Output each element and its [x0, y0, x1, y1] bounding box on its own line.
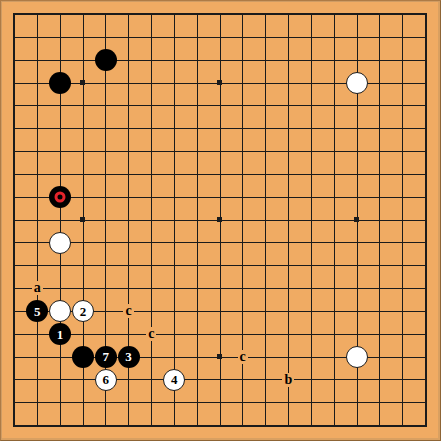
intersection-A1 [3, 414, 26, 437]
intersection-E3: 6 [94, 368, 117, 391]
intersection-M15 [254, 94, 277, 117]
point-label-b-N3: b [282, 373, 294, 387]
intersection-R4 [368, 345, 391, 368]
go-board: a52c1c73c64b [0, 0, 441, 441]
intersection-T7 [414, 277, 437, 300]
intersection-C14 [49, 117, 72, 140]
intersection-B9 [26, 231, 49, 254]
intersection-L19 [231, 3, 254, 26]
intersection-N8 [277, 254, 300, 277]
intersection-K2 [208, 391, 231, 414]
intersection-A17 [3, 49, 26, 72]
intersection-J10 [186, 208, 209, 231]
intersection-P10 [323, 208, 346, 231]
intersection-N6 [277, 300, 300, 323]
intersection-D15 [71, 94, 94, 117]
black-stone-C5: 1 [49, 323, 71, 345]
intersection-J7 [186, 277, 209, 300]
intersection-B6: 5 [26, 300, 49, 323]
intersection-O8 [300, 254, 323, 277]
intersection-K5 [208, 323, 231, 346]
intersection-J14 [186, 117, 209, 140]
intersection-N19 [277, 3, 300, 26]
black-stone-E4: 7 [95, 346, 117, 368]
intersection-B12 [26, 163, 49, 186]
intersection-T12 [414, 163, 437, 186]
intersection-D17 [71, 49, 94, 72]
intersection-J4 [186, 345, 209, 368]
intersection-Q7 [345, 277, 368, 300]
intersection-D4 [71, 345, 94, 368]
intersection-G9 [140, 231, 163, 254]
intersection-L15 [231, 94, 254, 117]
intersection-A16 [3, 71, 26, 94]
intersection-L18 [231, 26, 254, 49]
intersection-J13 [186, 140, 209, 163]
intersection-J2 [186, 391, 209, 414]
intersection-J3 [186, 368, 209, 391]
intersection-R5 [368, 323, 391, 346]
intersection-M3 [254, 368, 277, 391]
intersection-A19 [3, 3, 26, 26]
intersection-F16 [117, 71, 140, 94]
intersection-L9 [231, 231, 254, 254]
intersection-N14 [277, 117, 300, 140]
intersection-A7 [3, 277, 26, 300]
intersection-R18 [368, 26, 391, 49]
intersection-C7 [49, 277, 72, 300]
intersection-K19 [208, 3, 231, 26]
intersection-E2 [94, 391, 117, 414]
intersection-C1 [49, 414, 72, 437]
intersection-O3 [300, 368, 323, 391]
intersection-F12 [117, 163, 140, 186]
intersection-J17 [186, 49, 209, 72]
intersection-B2 [26, 391, 49, 414]
intersection-T3 [414, 368, 437, 391]
intersection-J12 [186, 163, 209, 186]
intersection-O2 [300, 391, 323, 414]
intersection-G11 [140, 186, 163, 209]
intersection-B4 [26, 345, 49, 368]
intersection-P6 [323, 300, 346, 323]
intersection-Q12 [345, 163, 368, 186]
intersection-T1 [414, 414, 437, 437]
intersection-L13 [231, 140, 254, 163]
intersection-K13 [208, 140, 231, 163]
intersection-M11 [254, 186, 277, 209]
intersection-S3 [391, 368, 414, 391]
intersection-H2 [163, 391, 186, 414]
intersection-E18 [94, 26, 117, 49]
intersection-T2 [414, 391, 437, 414]
intersection-P16 [323, 71, 346, 94]
intersection-O15 [300, 94, 323, 117]
intersection-P12 [323, 163, 346, 186]
intersection-S6 [391, 300, 414, 323]
intersection-L12 [231, 163, 254, 186]
intersection-D3 [71, 368, 94, 391]
intersection-E7 [94, 277, 117, 300]
intersection-F19 [117, 3, 140, 26]
intersection-N15 [277, 94, 300, 117]
point-label-a-B7: a [32, 281, 43, 295]
intersection-D1 [71, 414, 94, 437]
intersection-M4 [254, 345, 277, 368]
intersection-G13 [140, 140, 163, 163]
intersection-R8 [368, 254, 391, 277]
intersection-C2 [49, 391, 72, 414]
intersection-H9 [163, 231, 186, 254]
intersection-F11 [117, 186, 140, 209]
intersection-K7 [208, 277, 231, 300]
intersection-P5 [323, 323, 346, 346]
intersection-G2 [140, 391, 163, 414]
intersection-K3 [208, 368, 231, 391]
white-stone-Q16 [346, 72, 368, 94]
intersection-G6 [140, 300, 163, 323]
intersection-E15 [94, 94, 117, 117]
intersection-Q13 [345, 140, 368, 163]
intersection-F6: c [117, 300, 140, 323]
intersection-O17 [300, 49, 323, 72]
intersection-B3 [26, 368, 49, 391]
intersection-S16 [391, 71, 414, 94]
intersection-T11 [414, 186, 437, 209]
intersection-R14 [368, 117, 391, 140]
intersection-L2 [231, 391, 254, 414]
intersection-A2 [3, 391, 26, 414]
intersection-K12 [208, 163, 231, 186]
intersection-G4 [140, 345, 163, 368]
intersection-G14 [140, 117, 163, 140]
intersection-P17 [323, 49, 346, 72]
intersection-Q5 [345, 323, 368, 346]
intersection-J9 [186, 231, 209, 254]
intersection-T9 [414, 231, 437, 254]
intersection-H4 [163, 345, 186, 368]
intersection-B7: a [26, 277, 49, 300]
black-stone-C16 [49, 72, 71, 94]
intersection-C18 [49, 26, 72, 49]
intersection-G12 [140, 163, 163, 186]
intersection-M5 [254, 323, 277, 346]
intersection-E13 [94, 140, 117, 163]
intersection-F9 [117, 231, 140, 254]
intersection-S9 [391, 231, 414, 254]
intersection-F2 [117, 391, 140, 414]
intersection-Q17 [345, 49, 368, 72]
intersection-K11 [208, 186, 231, 209]
black-stone-E17 [95, 49, 117, 71]
intersection-O11 [300, 186, 323, 209]
intersection-R9 [368, 231, 391, 254]
intersection-D7 [71, 277, 94, 300]
intersection-S10 [391, 208, 414, 231]
intersection-D19 [71, 3, 94, 26]
intersection-O4 [300, 345, 323, 368]
intersection-B16 [26, 71, 49, 94]
intersection-A12 [3, 163, 26, 186]
intersection-A6 [3, 300, 26, 323]
intersection-A8 [3, 254, 26, 277]
intersection-N3: b [277, 368, 300, 391]
intersection-H15 [163, 94, 186, 117]
intersection-N17 [277, 49, 300, 72]
intersection-B13 [26, 140, 49, 163]
intersection-L1 [231, 414, 254, 437]
intersection-L3 [231, 368, 254, 391]
intersection-E6 [94, 300, 117, 323]
intersection-O5 [300, 323, 323, 346]
intersection-F18 [117, 26, 140, 49]
white-stone-Q4 [346, 346, 368, 368]
intersection-S12 [391, 163, 414, 186]
intersection-R10 [368, 208, 391, 231]
intersection-P4 [323, 345, 346, 368]
intersection-M7 [254, 277, 277, 300]
intersection-M9 [254, 231, 277, 254]
intersection-C6 [49, 300, 72, 323]
intersection-N4 [277, 345, 300, 368]
intersection-D13 [71, 140, 94, 163]
intersection-C11 [49, 186, 72, 209]
intersection-N1 [277, 414, 300, 437]
intersection-N13 [277, 140, 300, 163]
intersection-Q19 [345, 3, 368, 26]
intersection-L11 [231, 186, 254, 209]
intersection-T15 [414, 94, 437, 117]
intersection-D10 [71, 208, 94, 231]
intersection-A13 [3, 140, 26, 163]
intersection-G8 [140, 254, 163, 277]
intersection-B5 [26, 323, 49, 346]
intersection-K8 [208, 254, 231, 277]
intersection-F8 [117, 254, 140, 277]
intersection-O1 [300, 414, 323, 437]
intersection-S5 [391, 323, 414, 346]
intersection-R12 [368, 163, 391, 186]
intersection-K10 [208, 208, 231, 231]
intersection-E14 [94, 117, 117, 140]
intersection-P13 [323, 140, 346, 163]
intersection-N16 [277, 71, 300, 94]
intersection-Q15 [345, 94, 368, 117]
intersection-M8 [254, 254, 277, 277]
intersection-D18 [71, 26, 94, 49]
intersection-E5 [94, 323, 117, 346]
intersection-D11 [71, 186, 94, 209]
intersection-R17 [368, 49, 391, 72]
intersection-C4 [49, 345, 72, 368]
intersection-P1 [323, 414, 346, 437]
intersection-H12 [163, 163, 186, 186]
intersection-F7 [117, 277, 140, 300]
intersection-B8 [26, 254, 49, 277]
intersection-B14 [26, 117, 49, 140]
intersection-T8 [414, 254, 437, 277]
intersection-C12 [49, 163, 72, 186]
intersection-A9 [3, 231, 26, 254]
black-stone-D4 [72, 346, 94, 368]
intersection-C3 [49, 368, 72, 391]
intersection-C9 [49, 231, 72, 254]
intersection-N11 [277, 186, 300, 209]
intersection-E1 [94, 414, 117, 437]
intersection-C16 [49, 71, 72, 94]
intersection-R6 [368, 300, 391, 323]
intersection-F10 [117, 208, 140, 231]
intersection-D12 [71, 163, 94, 186]
intersection-F14 [117, 117, 140, 140]
intersection-C17 [49, 49, 72, 72]
intersection-T6 [414, 300, 437, 323]
intersection-Q16 [345, 71, 368, 94]
intersection-J16 [186, 71, 209, 94]
intersection-O9 [300, 231, 323, 254]
intersection-B15 [26, 94, 49, 117]
intersection-P11 [323, 186, 346, 209]
intersection-O19 [300, 3, 323, 26]
intersection-O6 [300, 300, 323, 323]
intersection-E8 [94, 254, 117, 277]
intersection-M18 [254, 26, 277, 49]
intersection-E11 [94, 186, 117, 209]
intersection-Q10 [345, 208, 368, 231]
intersection-S4 [391, 345, 414, 368]
intersection-H19 [163, 3, 186, 26]
intersection-H8 [163, 254, 186, 277]
intersection-S19 [391, 3, 414, 26]
intersection-H18 [163, 26, 186, 49]
intersection-T10 [414, 208, 437, 231]
black-stone-F4: 3 [118, 346, 140, 368]
intersection-B11 [26, 186, 49, 209]
intersection-C15 [49, 94, 72, 117]
intersection-Q4 [345, 345, 368, 368]
intersection-F3 [117, 368, 140, 391]
intersection-T17 [414, 49, 437, 72]
intersection-J15 [186, 94, 209, 117]
intersection-D8 [71, 254, 94, 277]
intersection-L5 [231, 323, 254, 346]
intersection-P3 [323, 368, 346, 391]
intersection-Q3 [345, 368, 368, 391]
intersection-K18 [208, 26, 231, 49]
intersection-H7 [163, 277, 186, 300]
intersection-B1 [26, 414, 49, 437]
intersection-N12 [277, 163, 300, 186]
intersection-G15 [140, 94, 163, 117]
intersection-N18 [277, 26, 300, 49]
intersection-C19 [49, 3, 72, 26]
intersection-N2 [277, 391, 300, 414]
intersection-N7 [277, 277, 300, 300]
intersection-E9 [94, 231, 117, 254]
intersection-F1 [117, 414, 140, 437]
intersection-M6 [254, 300, 277, 323]
intersection-T14 [414, 117, 437, 140]
intersection-G19 [140, 3, 163, 26]
intersection-K17 [208, 49, 231, 72]
intersection-H16 [163, 71, 186, 94]
intersection-R3 [368, 368, 391, 391]
intersection-H10 [163, 208, 186, 231]
white-stone-E3: 6 [95, 369, 117, 391]
intersection-R13 [368, 140, 391, 163]
intersection-L7 [231, 277, 254, 300]
intersection-S7 [391, 277, 414, 300]
intersection-A5 [3, 323, 26, 346]
intersection-P2 [323, 391, 346, 414]
white-stone-C9 [49, 232, 71, 254]
intersection-H14 [163, 117, 186, 140]
intersection-O13 [300, 140, 323, 163]
intersection-H17 [163, 49, 186, 72]
intersection-G3 [140, 368, 163, 391]
intersection-O12 [300, 163, 323, 186]
intersection-C8 [49, 254, 72, 277]
intersection-K15 [208, 94, 231, 117]
intersection-J1 [186, 414, 209, 437]
black-stone-B6: 5 [26, 300, 48, 322]
intersection-D2 [71, 391, 94, 414]
white-stone-C6 [49, 300, 71, 322]
intersection-J5 [186, 323, 209, 346]
intersection-O16 [300, 71, 323, 94]
intersection-Q6 [345, 300, 368, 323]
intersection-Q9 [345, 231, 368, 254]
intersection-O14 [300, 117, 323, 140]
intersection-M13 [254, 140, 277, 163]
intersection-P18 [323, 26, 346, 49]
intersection-Q1 [345, 414, 368, 437]
intersection-L6 [231, 300, 254, 323]
intersection-R1 [368, 414, 391, 437]
intersection-N9 [277, 231, 300, 254]
intersection-L17 [231, 49, 254, 72]
intersection-K6 [208, 300, 231, 323]
intersection-G18 [140, 26, 163, 49]
intersection-D9 [71, 231, 94, 254]
intersection-R16 [368, 71, 391, 94]
intersection-T16 [414, 71, 437, 94]
intersection-N5 [277, 323, 300, 346]
intersection-J11 [186, 186, 209, 209]
intersection-R2 [368, 391, 391, 414]
intersection-K14 [208, 117, 231, 140]
intersection-R7 [368, 277, 391, 300]
intersection-B18 [26, 26, 49, 49]
red-circle-marker [55, 192, 66, 203]
intersection-T5 [414, 323, 437, 346]
intersection-P14 [323, 117, 346, 140]
intersection-D6: 2 [71, 300, 94, 323]
intersection-R15 [368, 94, 391, 117]
intersection-P19 [323, 3, 346, 26]
intersection-A4 [3, 345, 26, 368]
intersection-S18 [391, 26, 414, 49]
intersection-A11 [3, 186, 26, 209]
intersection-M2 [254, 391, 277, 414]
intersection-E4: 7 [94, 345, 117, 368]
intersection-A10 [3, 208, 26, 231]
intersection-Q11 [345, 186, 368, 209]
intersection-O18 [300, 26, 323, 49]
intersection-R11 [368, 186, 391, 209]
intersection-A14 [3, 117, 26, 140]
intersection-T18 [414, 26, 437, 49]
